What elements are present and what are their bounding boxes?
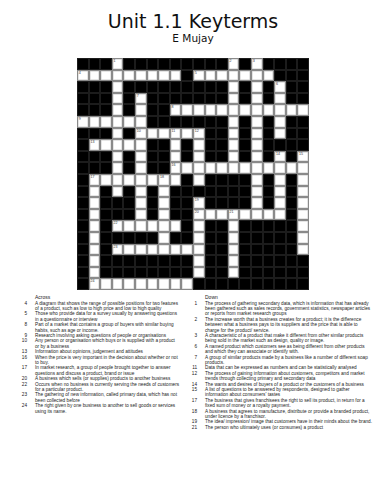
grid-cell-block xyxy=(77,209,89,221)
grid-cell[interactable]: 13 xyxy=(89,139,101,151)
cell-number: 23 xyxy=(114,245,118,249)
grid-cell[interactable]: 6 xyxy=(274,81,286,93)
grid-cell[interactable] xyxy=(251,197,263,209)
grid-cell[interactable] xyxy=(135,116,147,128)
grid-cell[interactable]: 14 xyxy=(274,151,286,163)
grid-cell-block xyxy=(147,93,159,105)
grid-cell[interactable] xyxy=(251,93,263,105)
grid-cell[interactable] xyxy=(228,244,240,256)
grid-cell-block xyxy=(228,186,240,198)
grid-cell[interactable] xyxy=(135,70,147,82)
grid-cell[interactable] xyxy=(228,81,240,93)
grid-cell[interactable] xyxy=(147,244,159,256)
grid-cell-block xyxy=(286,81,298,93)
grid-cell[interactable] xyxy=(193,104,205,116)
grid-cell-block xyxy=(170,209,182,221)
grid-cell-block xyxy=(239,267,251,279)
grid-cell[interactable] xyxy=(89,209,101,221)
grid-cell[interactable] xyxy=(89,267,101,279)
grid-cell[interactable]: 7 xyxy=(135,93,147,105)
grid-cell-block xyxy=(297,255,309,267)
grid-cell-block xyxy=(297,267,309,279)
grid-cell-block xyxy=(123,58,135,70)
title-block: Unit 1.1 Keyterms E Mujay xyxy=(0,0,386,45)
grid-cell-block xyxy=(170,197,182,209)
grid-cell-block xyxy=(286,58,298,70)
grid-cell[interactable] xyxy=(123,116,135,128)
grid-cell-block xyxy=(158,162,170,174)
grid-cell[interactable] xyxy=(228,70,240,82)
grid-cell[interactable] xyxy=(158,197,170,209)
grid-cell[interactable]: 3 xyxy=(251,58,263,70)
grid-cell[interactable] xyxy=(251,81,263,93)
grid-cell-block xyxy=(263,139,275,151)
grid-cell[interactable] xyxy=(216,209,228,221)
clue-text: In market research, a group of people br… xyxy=(35,365,186,376)
grid-cell[interactable] xyxy=(251,70,263,82)
grid-cell[interactable] xyxy=(170,278,182,290)
clue-item: 6A named product which customers see as … xyxy=(186,344,378,355)
grid-cell[interactable] xyxy=(112,81,124,93)
grid-cell[interactable] xyxy=(112,174,124,186)
grid-cell-block xyxy=(263,58,275,70)
grid-cell[interactable]: 18 xyxy=(158,174,170,186)
grid-cell[interactable] xyxy=(251,162,263,174)
grid-cell[interactable] xyxy=(205,70,217,82)
grid-cell[interactable] xyxy=(193,162,205,174)
grid-cell[interactable] xyxy=(251,104,263,116)
grid-cell[interactable] xyxy=(228,232,240,244)
grid-cell[interactable] xyxy=(135,244,147,256)
grid-cell-block xyxy=(205,93,217,105)
grid-cell-block xyxy=(147,186,159,198)
grid-cell-block xyxy=(100,58,112,70)
grid-cell[interactable] xyxy=(263,209,275,221)
grid-cell[interactable]: 21 xyxy=(228,209,240,221)
grid-cell[interactable] xyxy=(239,104,251,116)
grid-cell-block xyxy=(286,70,298,82)
grid-cell[interactable]: 12 xyxy=(193,128,205,140)
grid-cell[interactable]: 20 xyxy=(193,209,205,221)
grid-cell[interactable] xyxy=(170,70,182,82)
grid-cell[interactable]: 16 xyxy=(170,162,182,174)
grid-cell-block xyxy=(263,93,275,105)
grid-cell[interactable] xyxy=(181,162,193,174)
grid-cell[interactable] xyxy=(286,104,298,116)
clue-number: 18 xyxy=(186,409,197,420)
grid-cell[interactable] xyxy=(274,128,286,140)
grid-cell[interactable] xyxy=(251,128,263,140)
grid-cell-block xyxy=(216,139,228,151)
clue-number: 10 xyxy=(16,338,27,349)
grid-cell[interactable] xyxy=(274,186,286,198)
grid-cell[interactable] xyxy=(181,278,193,290)
grid-cell-block xyxy=(263,232,275,244)
grid-cell[interactable] xyxy=(297,174,309,186)
grid-cell[interactable] xyxy=(100,174,112,186)
grid-cell[interactable] xyxy=(89,197,101,209)
grid-cell[interactable]: 11 xyxy=(170,128,182,140)
grid-cell[interactable] xyxy=(297,209,309,221)
grid-cell[interactable] xyxy=(123,139,135,151)
grid-cell[interactable] xyxy=(112,116,124,128)
grid-cell[interactable] xyxy=(112,128,124,140)
grid-cell[interactable] xyxy=(274,197,286,209)
grid-cell[interactable] xyxy=(112,151,124,163)
grid-cell-block xyxy=(216,220,228,232)
grid-cell[interactable] xyxy=(170,220,182,232)
grid-cell[interactable] xyxy=(135,162,147,174)
grid-cell[interactable] xyxy=(89,232,101,244)
grid-cell-block xyxy=(216,244,228,256)
grid-cell[interactable] xyxy=(135,104,147,116)
grid-cell-block xyxy=(274,70,286,82)
grid-cell-block xyxy=(181,81,193,93)
grid-cell[interactable]: 9 xyxy=(77,116,89,128)
grid-cell-block xyxy=(286,116,298,128)
grid-cell[interactable] xyxy=(123,220,135,232)
grid-cell[interactable] xyxy=(228,151,240,163)
grid-cell[interactable]: 8 xyxy=(170,104,182,116)
clue-number: 1 xyxy=(186,301,197,317)
grid-cell[interactable] xyxy=(89,255,101,267)
grid-cell[interactable] xyxy=(274,162,286,174)
grid-cell[interactable] xyxy=(205,104,217,116)
grid-cell[interactable] xyxy=(274,209,286,221)
grid-cell-block xyxy=(216,151,228,163)
grid-cell[interactable] xyxy=(100,278,112,290)
grid-cell[interactable] xyxy=(263,104,275,116)
grid-cell-block xyxy=(100,93,112,105)
grid-cell[interactable] xyxy=(135,197,147,209)
grid-cell-block xyxy=(286,197,298,209)
grid-cell[interactable] xyxy=(158,244,170,256)
clue-number: 16 xyxy=(16,355,27,366)
grid-cell-block xyxy=(274,220,286,232)
grid-cell-block xyxy=(286,151,298,163)
grid-cell[interactable] xyxy=(147,70,159,82)
grid-cell-block xyxy=(228,197,240,209)
grid-cell[interactable] xyxy=(135,186,147,198)
clue-item: 10Any person or organisation which buys … xyxy=(16,338,186,349)
grid-cell[interactable] xyxy=(89,116,101,128)
grid-cell-block xyxy=(205,128,217,140)
grid-cell[interactable]: 4 xyxy=(77,70,89,82)
grid-cell[interactable] xyxy=(123,70,135,82)
cell-number: 13 xyxy=(90,140,94,144)
cell-number: 7 xyxy=(137,94,139,98)
clue-number: 6 xyxy=(186,344,197,355)
grid-cell-block xyxy=(170,232,182,244)
clue-item: 1The process of gathering secondary data… xyxy=(186,301,378,317)
grid-cell[interactable] xyxy=(216,104,228,116)
cell-number: 3 xyxy=(253,59,255,63)
grid-cell[interactable] xyxy=(100,139,112,151)
grid-cell-block xyxy=(123,267,135,279)
grid-cell[interactable] xyxy=(193,244,205,256)
grid-cell-block xyxy=(100,244,112,256)
clue-item: 17The business that gives franchisees th… xyxy=(186,398,378,409)
clue-text: Occurs when no business is currently ser… xyxy=(35,382,186,393)
grid-cell[interactable] xyxy=(239,70,251,82)
grid-cell-block xyxy=(286,93,298,105)
grid-cell-block xyxy=(239,128,251,140)
grid-cell[interactable]: 15 xyxy=(297,151,309,163)
grid-cell-block xyxy=(216,58,228,70)
grid-cell[interactable] xyxy=(89,220,101,232)
grid-cell[interactable] xyxy=(228,139,240,151)
grid-cell[interactable] xyxy=(205,209,217,221)
grid-cell[interactable] xyxy=(193,220,205,232)
clue-item: 4A diagram that shows the range of possi… xyxy=(16,301,186,312)
grid-cell-block xyxy=(123,81,135,93)
clue-number: 5 xyxy=(16,311,27,322)
grid-cell[interactable] xyxy=(193,174,205,186)
grid-cell-block xyxy=(77,267,89,279)
grid-cell-block xyxy=(158,81,170,93)
grid-cell[interactable]: 22 xyxy=(112,220,124,232)
cell-number: 19 xyxy=(195,198,199,202)
grid-cell[interactable] xyxy=(205,162,217,174)
grid-cell-block xyxy=(274,255,286,267)
grid-cell-block xyxy=(274,278,286,290)
grid-cell[interactable]: 24 xyxy=(89,278,101,290)
grid-cell[interactable] xyxy=(123,174,135,186)
grid-cell[interactable] xyxy=(170,151,182,163)
grid-cell[interactable] xyxy=(147,174,159,186)
grid-cell[interactable] xyxy=(216,70,228,82)
grid-cell-block xyxy=(239,244,251,256)
clue-item: 3A characteristic of a product that make… xyxy=(186,333,378,344)
grid-cell-block xyxy=(100,197,112,209)
clue-number: 4 xyxy=(16,301,27,312)
grid-cell-block xyxy=(239,93,251,105)
grid-cell[interactable] xyxy=(170,244,182,256)
grid-cell-block xyxy=(77,104,89,116)
grid-cell-block xyxy=(158,267,170,279)
grid-cell-block xyxy=(205,244,217,256)
grid-cell-block xyxy=(100,220,112,232)
grid-cell[interactable] xyxy=(158,70,170,82)
grid-cell-block xyxy=(263,244,275,256)
grid-cell[interactable] xyxy=(181,104,193,116)
grid-cell[interactable] xyxy=(228,220,240,232)
grid-cell-block xyxy=(193,186,205,198)
grid-cell[interactable] xyxy=(228,104,240,116)
grid-cell[interactable] xyxy=(158,209,170,221)
grid-cell[interactable] xyxy=(112,278,124,290)
grid-cell-block xyxy=(123,93,135,105)
grid-cell[interactable] xyxy=(158,232,170,244)
grid-cell-block xyxy=(170,93,182,105)
grid-cell[interactable] xyxy=(297,104,309,116)
grid-cell-block xyxy=(158,139,170,151)
grid-cell[interactable] xyxy=(251,139,263,151)
grid-cell[interactable] xyxy=(263,162,275,174)
grid-cell[interactable] xyxy=(135,174,147,186)
grid-cell-block xyxy=(112,209,124,221)
grid-cell[interactable] xyxy=(251,116,263,128)
page-title: Unit 1.1 Keyterms xyxy=(0,10,386,32)
grid-cell[interactable] xyxy=(112,186,124,198)
grid-cell[interactable] xyxy=(89,244,101,256)
grid-cell[interactable] xyxy=(135,209,147,221)
grid-cell-block xyxy=(239,151,251,163)
grid-cell[interactable] xyxy=(123,244,135,256)
clue-text: The increase worth that a business creat… xyxy=(205,317,378,333)
grid-cell[interactable] xyxy=(135,220,147,232)
grid-cell-block xyxy=(123,186,135,198)
grid-cell[interactable] xyxy=(297,220,309,232)
grid-cell[interactable] xyxy=(297,232,309,244)
grid-cell-block xyxy=(158,93,170,105)
cell-number: 1 xyxy=(114,59,116,63)
grid-cell[interactable] xyxy=(181,128,193,140)
grid-cell-block xyxy=(216,186,228,198)
grid-cell[interactable] xyxy=(297,244,309,256)
grid-cell[interactable] xyxy=(158,128,170,140)
grid-cell[interactable] xyxy=(135,151,147,163)
cell-number: 17 xyxy=(90,175,94,179)
grid-cell[interactable] xyxy=(89,186,101,198)
grid-cell[interactable] xyxy=(228,116,240,128)
grid-cell-block xyxy=(147,267,159,279)
grid-cell[interactable] xyxy=(193,151,205,163)
grid-cell-block xyxy=(158,151,170,163)
across-header: Across xyxy=(35,294,186,300)
clue-number: 22 xyxy=(16,382,27,393)
clue-number: 23 xyxy=(16,392,27,403)
grid-cell-block xyxy=(123,255,135,267)
grid-cell[interactable] xyxy=(228,162,240,174)
grid-cell[interactable] xyxy=(170,174,182,186)
grid-cell[interactable] xyxy=(193,267,205,279)
grid-cell[interactable]: 2 xyxy=(228,58,240,70)
grid-cell-block xyxy=(147,104,159,116)
grid-cell[interactable] xyxy=(274,116,286,128)
grid-cell[interactable]: 5 xyxy=(193,70,205,82)
clue-number: 2 xyxy=(186,317,197,333)
grid-cell[interactable] xyxy=(251,174,263,186)
grid-cell[interactable] xyxy=(158,186,170,198)
grid-cell-block xyxy=(297,58,309,70)
grid-cell-block xyxy=(89,104,101,116)
grid-cell-block xyxy=(170,81,182,93)
grid-cell[interactable] xyxy=(112,93,124,105)
cell-number: 2 xyxy=(230,59,232,63)
clue-number: 7 xyxy=(186,355,197,366)
grid-cell[interactable] xyxy=(158,278,170,290)
grid-cell-block xyxy=(239,220,251,232)
grid-cell-block xyxy=(263,116,275,128)
grid-cell[interactable] xyxy=(123,278,135,290)
cell-number: 6 xyxy=(276,82,278,86)
grid-cell[interactable] xyxy=(112,139,124,151)
grid-cell-block xyxy=(205,58,217,70)
grid-cell[interactable]: 1 xyxy=(112,58,124,70)
grid-cell-block xyxy=(89,162,101,174)
grid-cell[interactable] xyxy=(158,220,170,232)
grid-cell-block xyxy=(239,197,251,209)
grid-cell[interactable]: 10 xyxy=(135,128,147,140)
grid-cell[interactable]: 17 xyxy=(89,174,101,186)
grid-cell[interactable] xyxy=(228,93,240,105)
grid-cell[interactable] xyxy=(216,162,228,174)
grid-cell-block xyxy=(135,232,147,244)
grid-cell[interactable] xyxy=(89,70,101,82)
grid-cell[interactable]: 23 xyxy=(112,244,124,256)
grid-cell[interactable] xyxy=(100,70,112,82)
grid-cell[interactable] xyxy=(193,139,205,151)
grid-wrap: 123456789101112131415161718192021222324 xyxy=(77,58,309,290)
grid-cell-block xyxy=(274,232,286,244)
grid-cell[interactable] xyxy=(193,232,205,244)
grid-cell[interactable] xyxy=(286,162,298,174)
grid-cell-block xyxy=(89,81,101,93)
grid-cell[interactable] xyxy=(112,162,124,174)
grid-cell-block xyxy=(216,232,228,244)
grid-cell[interactable] xyxy=(135,278,147,290)
grid-cell[interactable] xyxy=(251,209,263,221)
grid-cell-block xyxy=(205,255,217,267)
grid-cell[interactable] xyxy=(228,128,240,140)
grid-cell[interactable] xyxy=(274,104,286,116)
grid-cell-block xyxy=(239,116,251,128)
grid-cell[interactable]: 19 xyxy=(193,197,205,209)
grid-cell[interactable] xyxy=(147,128,159,140)
grid-cell[interactable] xyxy=(263,70,275,82)
grid-cell[interactable] xyxy=(193,255,205,267)
clue-item: 17In market research, a group of people … xyxy=(16,365,186,376)
grid-cell-block xyxy=(147,58,159,70)
grid-cell[interactable] xyxy=(251,186,263,198)
grid-cell-block xyxy=(77,186,89,198)
grid-cell[interactable] xyxy=(147,220,159,232)
grid-cell[interactable] xyxy=(297,197,309,209)
grid-cell-block xyxy=(286,139,298,151)
grid-cell[interactable] xyxy=(170,139,182,151)
clue-item: 8Part of a market that contains a group … xyxy=(16,322,186,333)
grid-cell-block xyxy=(205,267,217,279)
grid-cell[interactable] xyxy=(112,104,124,116)
grid-cell[interactable] xyxy=(112,70,124,82)
grid-cell[interactable] xyxy=(181,244,193,256)
grid-cell-block xyxy=(77,232,89,244)
grid-cell-block xyxy=(181,93,193,105)
grid-cell[interactable] xyxy=(239,209,251,221)
grid-cell[interactable] xyxy=(274,93,286,105)
grid-cell[interactable] xyxy=(100,116,112,128)
down-header: Down xyxy=(205,294,378,300)
grid-cell-block xyxy=(100,267,112,279)
grid-cell[interactable] xyxy=(251,151,263,163)
grid-cell[interactable] xyxy=(297,186,309,198)
cell-number: 11 xyxy=(172,129,176,133)
grid-cell[interactable] xyxy=(239,162,251,174)
grid-cell[interactable] xyxy=(297,162,309,174)
grid-cell-block xyxy=(251,244,263,256)
grid-cell[interactable] xyxy=(228,255,240,267)
grid-cell-block xyxy=(181,209,193,221)
clue-number: 24 xyxy=(16,403,27,414)
grid-cell[interactable] xyxy=(147,278,159,290)
grid-cell[interactable] xyxy=(135,139,147,151)
grid-cell[interactable] xyxy=(228,267,240,279)
cell-number: 15 xyxy=(299,152,303,156)
clue-text: The person who ultimately uses (or consu… xyxy=(205,425,378,430)
clue-item: 23The gathering of new information, call… xyxy=(16,392,186,403)
grid-cell[interactable] xyxy=(274,174,286,186)
